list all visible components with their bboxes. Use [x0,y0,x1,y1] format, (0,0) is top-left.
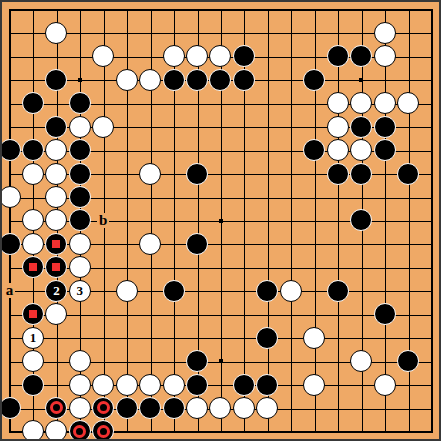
point-16-16[interactable] [373,373,396,396]
point-14-5[interactable] [326,115,349,138]
point-17-8[interactable] [396,185,419,208]
point-10-1[interactable] [232,21,255,44]
point-12-6[interactable] [279,138,302,161]
point-9-10[interactable] [209,232,232,255]
point-1-11[interactable] [21,256,44,279]
point-11-10[interactable] [256,232,279,255]
point-4-9[interactable]: b [92,209,115,232]
point-3-10[interactable] [68,232,91,255]
point-6-17[interactable] [138,396,161,419]
point-5-6[interactable] [115,138,138,161]
point-17-0[interactable] [396,0,419,21]
point-9-18[interactable] [209,420,232,441]
point-11-9[interactable] [256,209,279,232]
point-3-3[interactable] [68,68,91,91]
point-6-3[interactable] [138,68,161,91]
point-15-4[interactable] [349,92,372,115]
point-3-6[interactable] [68,138,91,161]
point-4-16[interactable] [92,373,115,396]
point-10-2[interactable] [232,45,255,68]
point-1-6[interactable] [21,138,44,161]
point-4-6[interactable] [92,138,115,161]
point-8-12[interactable] [185,279,208,302]
point-7-7[interactable] [162,162,185,185]
point-12-15[interactable] [279,349,302,372]
point-1-0[interactable] [21,0,44,21]
point-9-17[interactable] [209,396,232,419]
point-17-3[interactable] [396,68,419,91]
point-7-6[interactable] [162,138,185,161]
point-16-2[interactable] [373,45,396,68]
point-8-15[interactable] [185,349,208,372]
point-0-14[interactable] [0,326,21,349]
point-11-18[interactable] [256,420,279,441]
point-4-12[interactable] [92,279,115,302]
point-4-8[interactable] [92,185,115,208]
point-10-8[interactable] [232,185,255,208]
point-9-4[interactable] [209,92,232,115]
point-8-18[interactable] [185,420,208,441]
point-1-1[interactable] [21,21,44,44]
point-13-3[interactable] [302,68,325,91]
point-12-2[interactable] [279,45,302,68]
point-8-3[interactable] [185,68,208,91]
point-0-10[interactable] [0,232,21,255]
point-17-4[interactable] [396,92,419,115]
point-4-2[interactable] [92,45,115,68]
point-6-15[interactable] [138,349,161,372]
point-9-8[interactable] [209,185,232,208]
point-18-9[interactable] [420,209,441,232]
point-17-16[interactable] [396,373,419,396]
point-2-7[interactable] [45,162,68,185]
point-16-11[interactable] [373,256,396,279]
point-4-14[interactable] [92,326,115,349]
point-1-3[interactable] [21,68,44,91]
point-16-12[interactable] [373,279,396,302]
point-5-15[interactable] [115,349,138,372]
point-6-14[interactable] [138,326,161,349]
point-5-11[interactable] [115,256,138,279]
point-11-8[interactable] [256,185,279,208]
point-5-5[interactable] [115,115,138,138]
point-11-2[interactable] [256,45,279,68]
point-8-6[interactable] [185,138,208,161]
point-14-4[interactable] [326,92,349,115]
point-6-6[interactable] [138,138,161,161]
point-6-7[interactable] [138,162,161,185]
point-18-5[interactable] [420,115,441,138]
point-14-10[interactable] [326,232,349,255]
point-6-13[interactable] [138,302,161,325]
point-2-12[interactable]: 2 [45,279,68,302]
point-16-14[interactable] [373,326,396,349]
point-3-14[interactable] [68,326,91,349]
point-18-2[interactable] [420,45,441,68]
point-4-4[interactable] [92,92,115,115]
point-2-15[interactable] [45,349,68,372]
point-14-18[interactable] [326,420,349,441]
point-3-0[interactable] [68,0,91,21]
point-4-15[interactable] [92,349,115,372]
point-18-6[interactable] [420,138,441,161]
point-6-16[interactable] [138,373,161,396]
point-12-18[interactable] [279,420,302,441]
point-18-4[interactable] [420,92,441,115]
point-13-7[interactable] [302,162,325,185]
point-8-10[interactable] [185,232,208,255]
point-2-4[interactable] [45,92,68,115]
point-0-13[interactable] [0,302,21,325]
point-9-6[interactable] [209,138,232,161]
point-6-10[interactable] [138,232,161,255]
point-12-11[interactable] [279,256,302,279]
point-2-10[interactable] [45,232,68,255]
point-2-11[interactable] [45,256,68,279]
point-8-14[interactable] [185,326,208,349]
point-1-13[interactable] [21,302,44,325]
point-7-16[interactable] [162,373,185,396]
point-1-5[interactable] [21,115,44,138]
point-5-3[interactable] [115,68,138,91]
point-7-9[interactable] [162,209,185,232]
point-3-11[interactable] [68,256,91,279]
point-18-1[interactable] [420,21,441,44]
point-10-16[interactable] [232,373,255,396]
point-13-15[interactable] [302,349,325,372]
point-6-2[interactable] [138,45,161,68]
point-15-15[interactable] [349,349,372,372]
point-8-7[interactable] [185,162,208,185]
point-13-13[interactable] [302,302,325,325]
point-9-1[interactable] [209,21,232,44]
point-6-1[interactable] [138,21,161,44]
point-3-5[interactable] [68,115,91,138]
point-9-16[interactable] [209,373,232,396]
point-8-9[interactable] [185,209,208,232]
point-8-17[interactable] [185,396,208,419]
point-13-2[interactable] [302,45,325,68]
point-3-18[interactable] [68,420,91,441]
point-15-14[interactable] [349,326,372,349]
point-3-12[interactable]: 3 [68,279,91,302]
point-15-17[interactable] [349,396,372,419]
point-15-13[interactable] [349,302,372,325]
point-7-18[interactable] [162,420,185,441]
point-11-5[interactable] [256,115,279,138]
point-16-15[interactable] [373,349,396,372]
point-9-7[interactable] [209,162,232,185]
point-17-6[interactable] [396,138,419,161]
point-3-8[interactable] [68,185,91,208]
point-0-5[interactable] [0,115,21,138]
point-10-5[interactable] [232,115,255,138]
point-8-16[interactable] [185,373,208,396]
point-17-7[interactable] [396,162,419,185]
point-13-18[interactable] [302,420,325,441]
point-4-13[interactable] [92,302,115,325]
point-8-5[interactable] [185,115,208,138]
point-3-2[interactable] [68,45,91,68]
point-5-9[interactable] [115,209,138,232]
point-12-10[interactable] [279,232,302,255]
point-10-14[interactable] [232,326,255,349]
point-1-2[interactable] [21,45,44,68]
point-3-9[interactable] [68,209,91,232]
point-7-0[interactable] [162,0,185,21]
point-18-18[interactable] [420,420,441,441]
point-12-4[interactable] [279,92,302,115]
point-6-8[interactable] [138,185,161,208]
point-15-12[interactable] [349,279,372,302]
point-6-12[interactable] [138,279,161,302]
point-4-5[interactable] [92,115,115,138]
point-13-10[interactable] [302,232,325,255]
point-9-11[interactable] [209,256,232,279]
point-15-11[interactable] [349,256,372,279]
point-11-17[interactable] [256,396,279,419]
point-1-9[interactable] [21,209,44,232]
point-8-0[interactable] [185,0,208,21]
point-0-2[interactable] [0,45,21,68]
point-5-10[interactable] [115,232,138,255]
point-0-7[interactable] [0,162,21,185]
point-3-15[interactable] [68,349,91,372]
point-15-16[interactable] [349,373,372,396]
point-2-0[interactable] [45,0,68,21]
point-14-13[interactable] [326,302,349,325]
point-10-12[interactable] [232,279,255,302]
point-0-12[interactable]: a [0,279,21,302]
point-18-16[interactable] [420,373,441,396]
point-1-8[interactable] [21,185,44,208]
point-12-3[interactable] [279,68,302,91]
point-5-8[interactable] [115,185,138,208]
point-9-15[interactable] [209,349,232,372]
point-9-14[interactable] [209,326,232,349]
point-16-18[interactable] [373,420,396,441]
point-18-10[interactable] [420,232,441,255]
point-16-1[interactable] [373,21,396,44]
point-6-0[interactable] [138,0,161,21]
point-14-8[interactable] [326,185,349,208]
point-12-14[interactable] [279,326,302,349]
point-10-0[interactable] [232,0,255,21]
point-4-0[interactable] [92,0,115,21]
point-12-5[interactable] [279,115,302,138]
point-17-13[interactable] [396,302,419,325]
point-10-3[interactable] [232,68,255,91]
point-5-18[interactable] [115,420,138,441]
point-11-11[interactable] [256,256,279,279]
point-15-9[interactable] [349,209,372,232]
point-13-4[interactable] [302,92,325,115]
point-15-3[interactable] [349,68,372,91]
point-4-11[interactable] [92,256,115,279]
point-10-6[interactable] [232,138,255,161]
point-12-17[interactable] [279,396,302,419]
point-15-18[interactable] [349,420,372,441]
point-0-6[interactable] [0,138,21,161]
point-12-13[interactable] [279,302,302,325]
point-13-11[interactable] [302,256,325,279]
point-1-15[interactable] [21,349,44,372]
point-14-16[interactable] [326,373,349,396]
point-17-11[interactable] [396,256,419,279]
point-11-6[interactable] [256,138,279,161]
point-11-13[interactable] [256,302,279,325]
point-17-17[interactable] [396,396,419,419]
point-14-14[interactable] [326,326,349,349]
point-7-10[interactable] [162,232,185,255]
point-16-0[interactable] [373,0,396,21]
point-5-1[interactable] [115,21,138,44]
point-9-0[interactable] [209,0,232,21]
point-14-1[interactable] [326,21,349,44]
point-18-14[interactable] [420,326,441,349]
point-15-1[interactable] [349,21,372,44]
point-18-12[interactable] [420,279,441,302]
point-14-9[interactable] [326,209,349,232]
point-7-11[interactable] [162,256,185,279]
point-7-15[interactable] [162,349,185,372]
point-16-13[interactable] [373,302,396,325]
point-3-13[interactable] [68,302,91,325]
point-3-4[interactable] [68,92,91,115]
point-18-8[interactable] [420,185,441,208]
point-4-18[interactable] [92,420,115,441]
point-16-10[interactable] [373,232,396,255]
point-2-9[interactable] [45,209,68,232]
point-10-7[interactable] [232,162,255,185]
point-10-11[interactable] [232,256,255,279]
point-2-14[interactable] [45,326,68,349]
point-3-17[interactable] [68,396,91,419]
point-2-17[interactable] [45,396,68,419]
point-12-16[interactable] [279,373,302,396]
point-5-0[interactable] [115,0,138,21]
point-9-5[interactable] [209,115,232,138]
point-1-7[interactable] [21,162,44,185]
point-6-11[interactable] [138,256,161,279]
point-1-14[interactable]: 1 [21,326,44,349]
point-0-3[interactable] [0,68,21,91]
point-2-8[interactable] [45,185,68,208]
point-2-18[interactable] [45,420,68,441]
point-13-6[interactable] [302,138,325,161]
point-18-17[interactable] [420,396,441,419]
point-0-1[interactable] [0,21,21,44]
point-0-8[interactable] [0,185,21,208]
point-18-11[interactable] [420,256,441,279]
point-15-8[interactable] [349,185,372,208]
point-5-7[interactable] [115,162,138,185]
point-4-1[interactable] [92,21,115,44]
point-13-0[interactable] [302,0,325,21]
point-1-4[interactable] [21,92,44,115]
point-5-2[interactable] [115,45,138,68]
point-8-13[interactable] [185,302,208,325]
point-5-4[interactable] [115,92,138,115]
point-13-14[interactable] [302,326,325,349]
point-6-18[interactable] [138,420,161,441]
point-0-16[interactable] [0,373,21,396]
point-14-6[interactable] [326,138,349,161]
point-12-9[interactable] [279,209,302,232]
point-16-3[interactable] [373,68,396,91]
point-1-10[interactable] [21,232,44,255]
point-14-2[interactable] [326,45,349,68]
point-10-9[interactable] [232,209,255,232]
point-8-11[interactable] [185,256,208,279]
point-7-17[interactable] [162,396,185,419]
point-17-12[interactable] [396,279,419,302]
point-17-18[interactable] [396,420,419,441]
point-10-17[interactable] [232,396,255,419]
point-9-12[interactable] [209,279,232,302]
point-12-1[interactable] [279,21,302,44]
point-11-1[interactable] [256,21,279,44]
point-15-10[interactable] [349,232,372,255]
point-15-2[interactable] [349,45,372,68]
point-0-9[interactable] [0,209,21,232]
point-8-4[interactable] [185,92,208,115]
point-17-1[interactable] [396,21,419,44]
point-11-0[interactable] [256,0,279,21]
point-10-4[interactable] [232,92,255,115]
point-18-0[interactable] [420,0,441,21]
point-10-18[interactable] [232,420,255,441]
point-13-5[interactable] [302,115,325,138]
point-2-5[interactable] [45,115,68,138]
point-4-10[interactable] [92,232,115,255]
point-4-3[interactable] [92,68,115,91]
point-8-8[interactable] [185,185,208,208]
point-14-7[interactable] [326,162,349,185]
point-17-2[interactable] [396,45,419,68]
point-13-8[interactable] [302,185,325,208]
point-4-17[interactable] [92,396,115,419]
point-2-3[interactable] [45,68,68,91]
point-11-4[interactable] [256,92,279,115]
point-10-10[interactable] [232,232,255,255]
point-5-13[interactable] [115,302,138,325]
point-14-0[interactable] [326,0,349,21]
point-5-12[interactable] [115,279,138,302]
point-15-5[interactable] [349,115,372,138]
point-2-2[interactable] [45,45,68,68]
point-2-1[interactable] [45,21,68,44]
point-16-4[interactable] [373,92,396,115]
point-7-3[interactable] [162,68,185,91]
point-8-2[interactable] [185,45,208,68]
point-17-15[interactable] [396,349,419,372]
point-15-6[interactable] [349,138,372,161]
point-6-9[interactable] [138,209,161,232]
point-13-12[interactable] [302,279,325,302]
point-13-1[interactable] [302,21,325,44]
point-14-11[interactable] [326,256,349,279]
point-5-16[interactable] [115,373,138,396]
point-7-12[interactable] [162,279,185,302]
point-18-15[interactable] [420,349,441,372]
point-0-17[interactable] [0,396,21,419]
point-0-15[interactable] [0,349,21,372]
point-16-9[interactable] [373,209,396,232]
point-10-13[interactable] [232,302,255,325]
point-3-1[interactable] [68,21,91,44]
point-7-5[interactable] [162,115,185,138]
